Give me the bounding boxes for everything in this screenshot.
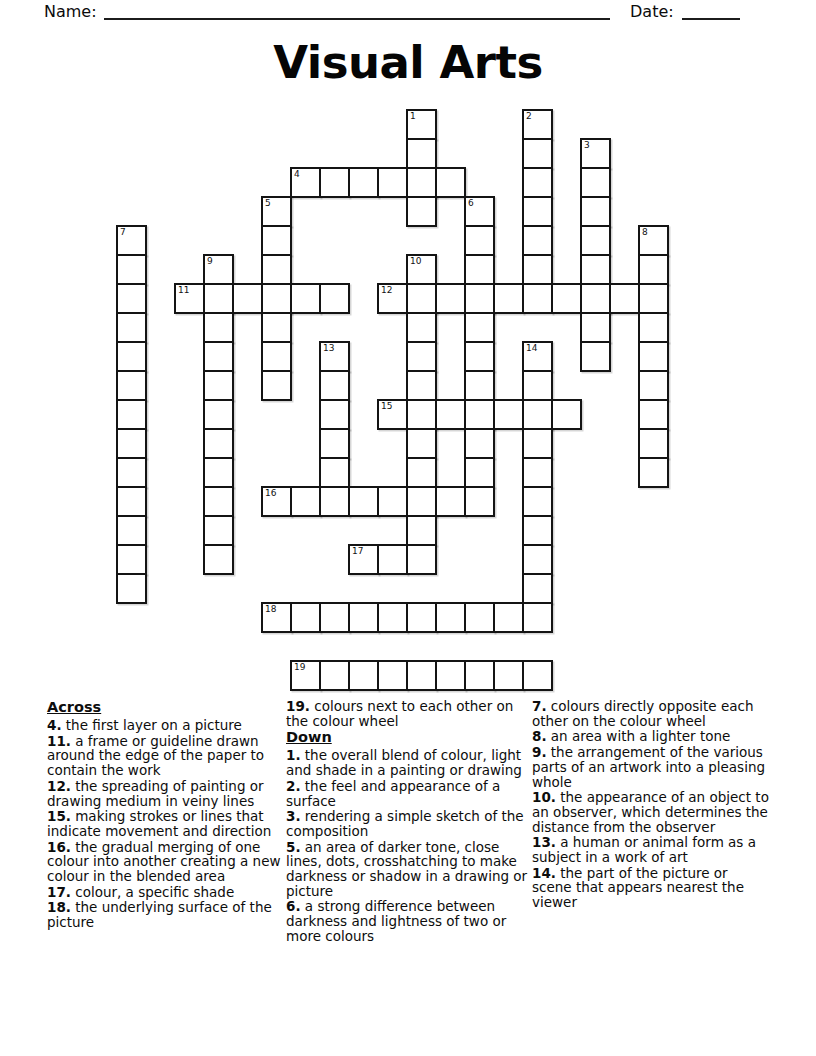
- clue-13: 13. a human or animal form as a subject …: [532, 835, 770, 864]
- grid-cell[interactable]: [493, 602, 524, 633]
- grid-cell[interactable]: [319, 486, 350, 517]
- grid-cell[interactable]: [377, 602, 408, 633]
- crossword-grid: 12345678910111213141516171819: [116, 109, 669, 691]
- clue-10: 10. the appearance of an object to an ob…: [532, 790, 770, 834]
- clue-column-middle: 19. colours next to each other on the co…: [286, 699, 532, 945]
- grid-cell[interactable]: [522, 399, 553, 430]
- grid-cell[interactable]: [435, 660, 466, 691]
- clue-4: 4. the first layer on a picture: [47, 718, 285, 733]
- clue-number-label: 10.: [532, 789, 556, 805]
- grid-cell[interactable]: [377, 660, 408, 691]
- grid-cell[interactable]: 2: [522, 109, 553, 140]
- clue-18: 18. the underlying surface of the pictur…: [47, 900, 285, 929]
- grid-cell[interactable]: [580, 167, 611, 198]
- grid-cell[interactable]: [319, 370, 350, 401]
- clue-column-down: 7. colours directly opposite each other …: [532, 699, 770, 911]
- grid-cell[interactable]: [290, 602, 321, 633]
- grid-cell[interactable]: [406, 399, 437, 430]
- grid-cell[interactable]: [203, 428, 234, 459]
- clue-number: 7: [120, 227, 126, 237]
- grid-cell[interactable]: [580, 225, 611, 256]
- grid-cell[interactable]: [435, 283, 466, 314]
- clue-14: 14. the part of the picture or scene tha…: [532, 866, 770, 910]
- grid-cell[interactable]: [203, 544, 234, 575]
- grid-cell[interactable]: [261, 254, 292, 285]
- grid-cell[interactable]: [203, 486, 234, 517]
- clue-number-label: 13.: [532, 834, 556, 850]
- grid-cell[interactable]: [232, 283, 263, 314]
- grid-cell[interactable]: [406, 138, 437, 169]
- grid-cell[interactable]: [348, 602, 379, 633]
- grid-cell[interactable]: [464, 254, 495, 285]
- clues-heading-across: Across: [47, 699, 285, 715]
- grid-cell[interactable]: [261, 341, 292, 372]
- grid-cell[interactable]: [319, 428, 350, 459]
- grid-cell[interactable]: [464, 486, 495, 517]
- clue-number: 6: [468, 198, 474, 208]
- grid-cell[interactable]: [464, 312, 495, 343]
- clue-number-label: 15.: [47, 808, 71, 824]
- grid-cell[interactable]: [522, 602, 553, 633]
- clue-15: 15. making strokes or lines that indicat…: [47, 809, 285, 838]
- grid-cell[interactable]: [580, 283, 611, 314]
- clue-number-label: 9.: [532, 744, 547, 760]
- date-label: Date:: [630, 3, 674, 21]
- grid-cell[interactable]: [551, 399, 582, 430]
- clues-heading-down: Down: [286, 729, 532, 745]
- clue-19: 19. colours next to each other on the co…: [286, 699, 532, 728]
- grid-cell[interactable]: [522, 283, 553, 314]
- grid-cell[interactable]: [464, 399, 495, 430]
- grid-cell[interactable]: [522, 196, 553, 227]
- grid-cell[interactable]: [580, 196, 611, 227]
- grid-cell[interactable]: [116, 254, 147, 285]
- grid-cell[interactable]: [406, 312, 437, 343]
- grid-cell[interactable]: [522, 660, 553, 691]
- date-fill-line: [682, 18, 740, 20]
- clue-number-label: 5.: [286, 839, 301, 855]
- clue-number: 15: [381, 401, 392, 411]
- grid-cell[interactable]: [290, 486, 321, 517]
- grid-cell[interactable]: [638, 457, 669, 488]
- clue-number-label: 11.: [47, 733, 71, 749]
- clue-5: 5. an area of darker tone, close lines, …: [286, 840, 532, 899]
- clue-number: 19: [294, 662, 305, 672]
- clue-number: 4: [294, 169, 300, 179]
- clue-1: 1. the overall blend of colour, light an…: [286, 748, 532, 777]
- clue-8: 8. an area with a lighter tone: [532, 729, 770, 744]
- grid-cell[interactable]: [348, 486, 379, 517]
- grid-cell[interactable]: 5: [261, 196, 292, 227]
- grid-cell[interactable]: [522, 254, 553, 285]
- clue-number: 13: [323, 343, 334, 353]
- grid-cell[interactable]: [493, 660, 524, 691]
- grid-cell[interactable]: [319, 457, 350, 488]
- grid-cell[interactable]: 11: [174, 283, 205, 314]
- grid-cell[interactable]: 15: [377, 399, 408, 430]
- grid-cell[interactable]: [464, 602, 495, 633]
- grid-cell[interactable]: [464, 341, 495, 372]
- clue-number-label: 2.: [286, 778, 301, 794]
- grid-cell[interactable]: [261, 225, 292, 256]
- grid-cell[interactable]: [638, 254, 669, 285]
- clue-number-label: 1.: [286, 747, 301, 763]
- grid-cell[interactable]: [493, 399, 524, 430]
- grid-cell[interactable]: 4: [290, 167, 321, 198]
- grid-cell[interactable]: [116, 283, 147, 314]
- clue-number-label: 14.: [532, 865, 556, 881]
- clue-number: 17: [352, 546, 363, 556]
- grid-cell[interactable]: [638, 399, 669, 430]
- clue-number-label: 3.: [286, 808, 301, 824]
- grid-cell[interactable]: [348, 660, 379, 691]
- clue-number: 5: [265, 198, 271, 208]
- clue-3: 3. rendering a simple sketch of the comp…: [286, 809, 532, 838]
- clue-number: 2: [526, 111, 532, 121]
- grid-cell[interactable]: [116, 370, 147, 401]
- grid-cell[interactable]: [406, 515, 437, 546]
- grid-cell[interactable]: [203, 283, 234, 314]
- grid-cell[interactable]: [464, 225, 495, 256]
- clue-number-label: 7.: [532, 698, 547, 714]
- grid-cell[interactable]: [522, 515, 553, 546]
- clue-number: 12: [381, 285, 392, 295]
- clue-17: 17. colour, a specific shade: [47, 885, 285, 900]
- grid-cell[interactable]: [464, 428, 495, 459]
- clue-2: 2. the feel and appearance of a surface: [286, 779, 532, 808]
- grid-cell[interactable]: [116, 486, 147, 517]
- grid-cell[interactable]: 19: [290, 660, 321, 691]
- grid-cell[interactable]: 10: [406, 254, 437, 285]
- grid-cell[interactable]: [406, 457, 437, 488]
- grid-cell[interactable]: [406, 544, 437, 575]
- grid-cell[interactable]: 14: [522, 341, 553, 372]
- grid-cell[interactable]: [638, 312, 669, 343]
- grid-cell[interactable]: [116, 457, 147, 488]
- grid-cell[interactable]: [580, 254, 611, 285]
- clue-number-label: 6.: [286, 898, 301, 914]
- grid-cell[interactable]: 6: [464, 196, 495, 227]
- grid-cell[interactable]: [406, 370, 437, 401]
- grid-cell[interactable]: [551, 283, 582, 314]
- grid-cell[interactable]: [116, 312, 147, 343]
- grid-cell[interactable]: [435, 602, 466, 633]
- clue-number: 14: [526, 343, 537, 353]
- grid-cell[interactable]: 13: [319, 341, 350, 372]
- grid-cell[interactable]: [261, 312, 292, 343]
- grid-cell[interactable]: [319, 660, 350, 691]
- grid-cell[interactable]: 12: [377, 283, 408, 314]
- grid-cell[interactable]: [522, 370, 553, 401]
- clue-16: 16. the gradual merging of one colour in…: [47, 840, 285, 884]
- grid-cell[interactable]: [406, 602, 437, 633]
- clue-12: 12. the spreading of painting or drawing…: [47, 779, 285, 808]
- grid-cell[interactable]: [406, 428, 437, 459]
- grid-cell[interactable]: 9: [203, 254, 234, 285]
- grid-cell[interactable]: [116, 573, 147, 604]
- grid-cell[interactable]: [522, 486, 553, 517]
- clue-number: 11: [178, 285, 189, 295]
- grid-cell[interactable]: [377, 544, 408, 575]
- clue-number: 16: [265, 488, 276, 498]
- grid-cell[interactable]: [377, 486, 408, 517]
- clue-number: 1: [410, 111, 416, 121]
- clue-9: 9. the arrangement of the various parts …: [532, 745, 770, 789]
- page-title: Visual Arts: [0, 37, 816, 89]
- grid-cell[interactable]: [406, 167, 437, 198]
- worksheet-page: Name: Date: Visual Arts 1234567891011121…: [0, 0, 816, 1056]
- grid-cell[interactable]: [319, 167, 350, 198]
- clue-number: 9: [207, 256, 213, 266]
- clue-7: 7. colours directly opposite each other …: [532, 699, 770, 728]
- clue-column-across: Across4. the first layer on a picture11.…: [47, 699, 285, 931]
- grid-cell[interactable]: [203, 399, 234, 430]
- name-fill-line: [104, 18, 610, 20]
- clue-11: 11. a frame or guideline drawn around th…: [47, 734, 285, 778]
- grid-cell[interactable]: [261, 370, 292, 401]
- grid-cell[interactable]: [406, 660, 437, 691]
- grid-cell[interactable]: [522, 457, 553, 488]
- grid-cell[interactable]: [638, 428, 669, 459]
- grid-cell[interactable]: [319, 283, 350, 314]
- grid-cell[interactable]: [116, 544, 147, 575]
- grid-cell[interactable]: [435, 399, 466, 430]
- grid-cell[interactable]: [522, 167, 553, 198]
- grid-cell[interactable]: [609, 283, 640, 314]
- grid-cell[interactable]: [406, 283, 437, 314]
- grid-cell[interactable]: [638, 283, 669, 314]
- grid-cell[interactable]: [116, 428, 147, 459]
- grid-cell[interactable]: 8: [638, 225, 669, 256]
- grid-cell[interactable]: 18: [261, 602, 292, 633]
- grid-cell[interactable]: [290, 283, 321, 314]
- clue-number: 3: [584, 140, 590, 150]
- grid-cell[interactable]: [638, 370, 669, 401]
- grid-cell[interactable]: [464, 660, 495, 691]
- grid-cell[interactable]: [348, 167, 379, 198]
- grid-cell[interactable]: 7: [116, 225, 147, 256]
- name-label: Name:: [44, 3, 97, 21]
- grid-cell[interactable]: [203, 370, 234, 401]
- grid-cell[interactable]: [638, 341, 669, 372]
- grid-cell[interactable]: [406, 341, 437, 372]
- grid-cell[interactable]: [116, 515, 147, 546]
- grid-cell[interactable]: [203, 312, 234, 343]
- grid-cell[interactable]: [406, 486, 437, 517]
- grid-cell[interactable]: [203, 457, 234, 488]
- grid-cell[interactable]: [377, 167, 408, 198]
- grid-cell[interactable]: [522, 573, 553, 604]
- grid-cell[interactable]: [406, 196, 437, 227]
- clue-number: 8: [642, 227, 648, 237]
- grid-cell[interactable]: [580, 312, 611, 343]
- clue-number-label: 18.: [47, 899, 71, 915]
- grid-cell[interactable]: [464, 457, 495, 488]
- grid-cell[interactable]: [203, 341, 234, 372]
- grid-cell[interactable]: [580, 341, 611, 372]
- clue-number-label: 4.: [47, 717, 62, 733]
- clue-number-label: 8.: [532, 728, 547, 744]
- grid-cell[interactable]: [319, 602, 350, 633]
- grid-cell[interactable]: 17: [348, 544, 379, 575]
- grid-cell[interactable]: [522, 138, 553, 169]
- grid-cell[interactable]: [522, 428, 553, 459]
- grid-cell[interactable]: [116, 399, 147, 430]
- clue-number: 18: [265, 604, 276, 614]
- clue-number-label: 19.: [286, 698, 310, 714]
- grid-cell[interactable]: [464, 283, 495, 314]
- grid-cell[interactable]: 3: [580, 138, 611, 169]
- grid-cell[interactable]: 1: [406, 109, 437, 140]
- grid-cell[interactable]: [522, 544, 553, 575]
- clue-number-label: 12.: [47, 778, 71, 794]
- grid-cell[interactable]: [319, 399, 350, 430]
- grid-cell[interactable]: [203, 515, 234, 546]
- clue-number-label: 17.: [47, 884, 71, 900]
- clue-6: 6. a strong difference between darkness …: [286, 899, 532, 943]
- clue-number-label: 16.: [47, 839, 71, 855]
- grid-cell[interactable]: [435, 486, 466, 517]
- grid-cell[interactable]: [464, 370, 495, 401]
- grid-cell[interactable]: 16: [261, 486, 292, 517]
- clue-number: 10: [410, 256, 421, 266]
- grid-cell[interactable]: [435, 167, 466, 198]
- grid-cell[interactable]: [261, 283, 292, 314]
- grid-cell[interactable]: [522, 225, 553, 256]
- grid-cell[interactable]: [116, 341, 147, 372]
- grid-cell[interactable]: [493, 283, 524, 314]
